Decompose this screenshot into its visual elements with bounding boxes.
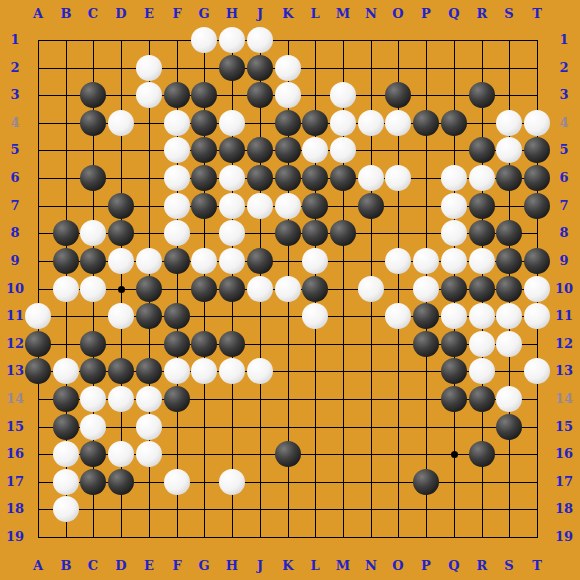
black-stone-K8[interactable]	[275, 220, 301, 246]
black-stone-C6[interactable]	[80, 165, 106, 191]
grid-line	[38, 427, 538, 428]
white-stone-K3[interactable]	[275, 82, 301, 108]
col-label-top-D: D	[109, 6, 133, 21]
white-stone-Q11[interactable]	[441, 303, 467, 329]
white-stone-G13[interactable]	[191, 358, 217, 384]
black-stone-D8[interactable]	[108, 220, 134, 246]
black-stone-J5[interactable]	[247, 137, 273, 163]
row-label-left-6: 6	[3, 170, 27, 185]
white-stone-C8[interactable]	[80, 220, 106, 246]
black-stone-J2[interactable]	[247, 55, 273, 81]
star-point	[118, 286, 125, 293]
white-stone-T11[interactable]	[524, 303, 550, 329]
white-stone-H13[interactable]	[219, 358, 245, 384]
black-stone-H2[interactable]	[219, 55, 245, 81]
grid-line	[38, 509, 538, 510]
white-stone-J7[interactable]	[247, 193, 273, 219]
black-stone-L4[interactable]	[302, 110, 328, 136]
row-label-right-17: 17	[552, 474, 576, 489]
row-label-left-5: 5	[3, 142, 27, 157]
col-label-bottom-A: A	[26, 558, 50, 573]
black-stone-R7[interactable]	[469, 193, 495, 219]
col-label-top-J: J	[248, 6, 272, 21]
black-stone-T5[interactable]	[524, 137, 550, 163]
row-label-right-6: 6	[552, 170, 576, 185]
white-stone-B13[interactable]	[53, 358, 79, 384]
black-stone-P17[interactable]	[413, 469, 439, 495]
black-stone-C9[interactable]	[80, 248, 106, 274]
black-stone-R3[interactable]	[469, 82, 495, 108]
white-stone-H7[interactable]	[219, 193, 245, 219]
white-stone-D14[interactable]	[108, 386, 134, 412]
col-label-bottom-G: G	[192, 558, 216, 573]
black-stone-M8[interactable]	[330, 220, 356, 246]
white-stone-E2[interactable]	[136, 55, 162, 81]
black-stone-G12[interactable]	[191, 331, 217, 357]
black-stone-P12[interactable]	[413, 331, 439, 357]
black-stone-J6[interactable]	[247, 165, 273, 191]
white-stone-D11[interactable]	[108, 303, 134, 329]
white-stone-N10[interactable]	[358, 276, 384, 302]
black-stone-C13[interactable]	[80, 358, 106, 384]
black-stone-K6[interactable]	[275, 165, 301, 191]
black-stone-K5[interactable]	[275, 137, 301, 163]
black-stone-D17[interactable]	[108, 469, 134, 495]
white-stone-M4[interactable]	[330, 110, 356, 136]
black-stone-T6[interactable]	[524, 165, 550, 191]
col-label-bottom-O: O	[386, 558, 410, 573]
white-stone-Q8[interactable]	[441, 220, 467, 246]
white-stone-G1[interactable]	[191, 27, 217, 53]
col-label-top-O: O	[386, 6, 410, 21]
white-stone-F5[interactable]	[164, 137, 190, 163]
black-stone-P11[interactable]	[413, 303, 439, 329]
white-stone-S4[interactable]	[496, 110, 522, 136]
row-label-right-1: 1	[552, 32, 576, 47]
white-stone-H9[interactable]	[219, 248, 245, 274]
black-stone-R10[interactable]	[469, 276, 495, 302]
black-stone-T9[interactable]	[524, 248, 550, 274]
black-stone-L6[interactable]	[302, 165, 328, 191]
white-stone-J1[interactable]	[247, 27, 273, 53]
white-stone-R13[interactable]	[469, 358, 495, 384]
white-stone-S12[interactable]	[496, 331, 522, 357]
row-label-left-2: 2	[3, 60, 27, 75]
col-label-top-R: R	[470, 6, 494, 21]
col-label-top-F: F	[165, 6, 189, 21]
col-label-top-P: P	[414, 6, 438, 21]
col-label-top-T: T	[525, 6, 549, 21]
black-stone-F11[interactable]	[164, 303, 190, 329]
white-stone-B18[interactable]	[53, 496, 79, 522]
white-stone-O9[interactable]	[385, 248, 411, 274]
white-stone-E14[interactable]	[136, 386, 162, 412]
white-stone-F13[interactable]	[164, 358, 190, 384]
black-stone-C17[interactable]	[80, 469, 106, 495]
black-stone-Q13[interactable]	[441, 358, 467, 384]
white-stone-G9[interactable]	[191, 248, 217, 274]
col-label-top-L: L	[303, 6, 327, 21]
col-label-bottom-M: M	[331, 558, 355, 573]
row-label-right-18: 18	[552, 501, 576, 516]
white-stone-O4[interactable]	[385, 110, 411, 136]
white-stone-D16[interactable]	[108, 441, 134, 467]
black-stone-E11[interactable]	[136, 303, 162, 329]
col-label-top-K: K	[276, 6, 300, 21]
black-stone-L8[interactable]	[302, 220, 328, 246]
white-stone-R12[interactable]	[469, 331, 495, 357]
white-stone-N6[interactable]	[358, 165, 384, 191]
black-stone-C4[interactable]	[80, 110, 106, 136]
row-label-right-4: 4	[552, 115, 576, 130]
col-label-bottom-S: S	[497, 558, 521, 573]
col-label-bottom-F: F	[165, 558, 189, 573]
col-label-top-G: G	[192, 6, 216, 21]
row-label-left-3: 3	[3, 87, 27, 102]
col-label-top-Q: Q	[442, 6, 466, 21]
black-stone-L7[interactable]	[302, 193, 328, 219]
black-stone-R8[interactable]	[469, 220, 495, 246]
white-stone-M5[interactable]	[330, 137, 356, 163]
black-stone-G5[interactable]	[191, 137, 217, 163]
black-stone-C16[interactable]	[80, 441, 106, 467]
black-stone-A13[interactable]	[25, 358, 51, 384]
white-stone-F6[interactable]	[164, 165, 190, 191]
col-label-top-C: C	[81, 6, 105, 21]
col-label-bottom-Q: Q	[442, 558, 466, 573]
black-stone-F3[interactable]	[164, 82, 190, 108]
white-stone-B17[interactable]	[53, 469, 79, 495]
white-stone-K7[interactable]	[275, 193, 301, 219]
black-stone-S6[interactable]	[496, 165, 522, 191]
black-stone-M6[interactable]	[330, 165, 356, 191]
col-label-top-S: S	[497, 6, 521, 21]
black-stone-G10[interactable]	[191, 276, 217, 302]
row-label-left-1: 1	[3, 32, 27, 47]
black-stone-B9[interactable]	[53, 248, 79, 274]
black-stone-G6[interactable]	[191, 165, 217, 191]
black-stone-Q12[interactable]	[441, 331, 467, 357]
black-stone-C3[interactable]	[80, 82, 106, 108]
black-stone-Q14[interactable]	[441, 386, 467, 412]
black-stone-R5[interactable]	[469, 137, 495, 163]
row-label-left-4: 4	[3, 115, 27, 130]
white-stone-P9[interactable]	[413, 248, 439, 274]
row-label-right-7: 7	[552, 198, 576, 213]
black-stone-H5[interactable]	[219, 137, 245, 163]
black-stone-K16[interactable]	[275, 441, 301, 467]
white-stone-Q7[interactable]	[441, 193, 467, 219]
col-label-bottom-K: K	[276, 558, 300, 573]
black-stone-F14[interactable]	[164, 386, 190, 412]
black-stone-A12[interactable]	[25, 331, 51, 357]
row-label-left-12: 12	[3, 336, 27, 351]
white-stone-N4[interactable]	[358, 110, 384, 136]
black-stone-J3[interactable]	[247, 82, 273, 108]
col-label-bottom-P: P	[414, 558, 438, 573]
row-label-left-18: 18	[3, 501, 27, 516]
col-label-top-M: M	[331, 6, 355, 21]
black-stone-R16[interactable]	[469, 441, 495, 467]
col-label-bottom-J: J	[248, 558, 272, 573]
white-stone-T13[interactable]	[524, 358, 550, 384]
white-stone-E9[interactable]	[136, 248, 162, 274]
black-stone-F9[interactable]	[164, 248, 190, 274]
row-label-right-9: 9	[552, 253, 576, 268]
black-stone-C12[interactable]	[80, 331, 106, 357]
star-point	[451, 451, 458, 458]
black-stone-Q4[interactable]	[441, 110, 467, 136]
white-stone-R11[interactable]	[469, 303, 495, 329]
black-stone-L10[interactable]	[302, 276, 328, 302]
col-label-bottom-C: C	[81, 558, 105, 573]
black-stone-H10[interactable]	[219, 276, 245, 302]
row-label-left-7: 7	[3, 198, 27, 213]
row-label-left-16: 16	[3, 446, 27, 461]
black-stone-T7[interactable]	[524, 193, 550, 219]
white-stone-K10[interactable]	[275, 276, 301, 302]
white-stone-K2[interactable]	[275, 55, 301, 81]
col-label-bottom-H: H	[220, 558, 244, 573]
row-label-left-15: 15	[3, 419, 27, 434]
col-label-bottom-N: N	[359, 558, 383, 573]
black-stone-F12[interactable]	[164, 331, 190, 357]
white-stone-E16[interactable]	[136, 441, 162, 467]
go-board[interactable]: AABBCCDDEEFFGGHHJJKKLLMMNNOOPPQQRRSSTT11…	[0, 0, 580, 580]
black-stone-E13[interactable]	[136, 358, 162, 384]
black-stone-Q10[interactable]	[441, 276, 467, 302]
row-label-left-14: 14	[3, 391, 27, 406]
white-stone-J13[interactable]	[247, 358, 273, 384]
row-label-right-13: 13	[552, 363, 576, 378]
black-stone-D7[interactable]	[108, 193, 134, 219]
white-stone-B10[interactable]	[53, 276, 79, 302]
white-stone-R9[interactable]	[469, 248, 495, 274]
white-stone-H4[interactable]	[219, 110, 245, 136]
black-stone-E10[interactable]	[136, 276, 162, 302]
white-stone-F4[interactable]	[164, 110, 190, 136]
grid-line	[38, 537, 538, 538]
black-stone-S8[interactable]	[496, 220, 522, 246]
white-stone-L9[interactable]	[302, 248, 328, 274]
black-stone-S9[interactable]	[496, 248, 522, 274]
white-stone-D9[interactable]	[108, 248, 134, 274]
white-stone-O6[interactable]	[385, 165, 411, 191]
white-stone-F8[interactable]	[164, 220, 190, 246]
col-label-bottom-B: B	[54, 558, 78, 573]
white-stone-C14[interactable]	[80, 386, 106, 412]
col-label-bottom-E: E	[137, 558, 161, 573]
row-label-right-12: 12	[552, 336, 576, 351]
black-stone-S10[interactable]	[496, 276, 522, 302]
white-stone-L11[interactable]	[302, 303, 328, 329]
white-stone-H1[interactable]	[219, 27, 245, 53]
row-label-left-19: 19	[3, 529, 27, 544]
white-stone-S11[interactable]	[496, 303, 522, 329]
black-stone-O3[interactable]	[385, 82, 411, 108]
black-stone-B14[interactable]	[53, 386, 79, 412]
white-stone-C10[interactable]	[80, 276, 106, 302]
white-stone-E3[interactable]	[136, 82, 162, 108]
black-stone-B8[interactable]	[53, 220, 79, 246]
white-stone-C15[interactable]	[80, 414, 106, 440]
row-label-right-5: 5	[552, 142, 576, 157]
row-label-left-10: 10	[3, 281, 27, 296]
white-stone-L5[interactable]	[302, 137, 328, 163]
row-label-right-15: 15	[552, 419, 576, 434]
row-label-right-3: 3	[552, 87, 576, 102]
row-label-right-14: 14	[552, 391, 576, 406]
row-label-left-9: 9	[3, 253, 27, 268]
white-stone-H6[interactable]	[219, 165, 245, 191]
white-stone-S14[interactable]	[496, 386, 522, 412]
row-label-right-8: 8	[552, 225, 576, 240]
black-stone-N7[interactable]	[358, 193, 384, 219]
black-stone-R14[interactable]	[469, 386, 495, 412]
white-stone-F17[interactable]	[164, 469, 190, 495]
black-stone-D13[interactable]	[108, 358, 134, 384]
row-label-right-16: 16	[552, 446, 576, 461]
col-label-top-B: B	[54, 6, 78, 21]
white-stone-T4[interactable]	[524, 110, 550, 136]
white-stone-S5[interactable]	[496, 137, 522, 163]
white-stone-T10[interactable]	[524, 276, 550, 302]
white-stone-B16[interactable]	[53, 441, 79, 467]
col-label-top-N: N	[359, 6, 383, 21]
white-stone-Q9[interactable]	[441, 248, 467, 274]
col-label-top-E: E	[137, 6, 161, 21]
col-label-bottom-R: R	[470, 558, 494, 573]
black-stone-G4[interactable]	[191, 110, 217, 136]
row-label-right-10: 10	[552, 281, 576, 296]
row-label-left-11: 11	[3, 308, 27, 323]
row-label-right-19: 19	[552, 529, 576, 544]
black-stone-J9[interactable]	[247, 248, 273, 274]
row-label-left-13: 13	[3, 363, 27, 378]
white-stone-O11[interactable]	[385, 303, 411, 329]
row-label-left-8: 8	[3, 225, 27, 240]
white-stone-H8[interactable]	[219, 220, 245, 246]
black-stone-H12[interactable]	[219, 331, 245, 357]
col-label-bottom-T: T	[525, 558, 549, 573]
white-stone-D4[interactable]	[108, 110, 134, 136]
row-label-left-17: 17	[3, 474, 27, 489]
col-label-bottom-L: L	[303, 558, 327, 573]
black-stone-P4[interactable]	[413, 110, 439, 136]
white-stone-P10[interactable]	[413, 276, 439, 302]
white-stone-J10[interactable]	[247, 276, 273, 302]
white-stone-H17[interactable]	[219, 469, 245, 495]
col-label-top-A: A	[26, 6, 50, 21]
black-stone-S15[interactable]	[496, 414, 522, 440]
black-stone-B15[interactable]	[53, 414, 79, 440]
black-stone-K4[interactable]	[275, 110, 301, 136]
col-label-top-H: H	[220, 6, 244, 21]
row-label-right-2: 2	[552, 60, 576, 75]
white-stone-Q6[interactable]	[441, 165, 467, 191]
black-stone-G7[interactable]	[191, 193, 217, 219]
black-stone-G3[interactable]	[191, 82, 217, 108]
white-stone-R6[interactable]	[469, 165, 495, 191]
white-stone-A11[interactable]	[25, 303, 51, 329]
white-stone-M3[interactable]	[330, 82, 356, 108]
white-stone-E15[interactable]	[136, 414, 162, 440]
white-stone-F7[interactable]	[164, 193, 190, 219]
col-label-bottom-D: D	[109, 558, 133, 573]
row-label-right-11: 11	[552, 308, 576, 323]
